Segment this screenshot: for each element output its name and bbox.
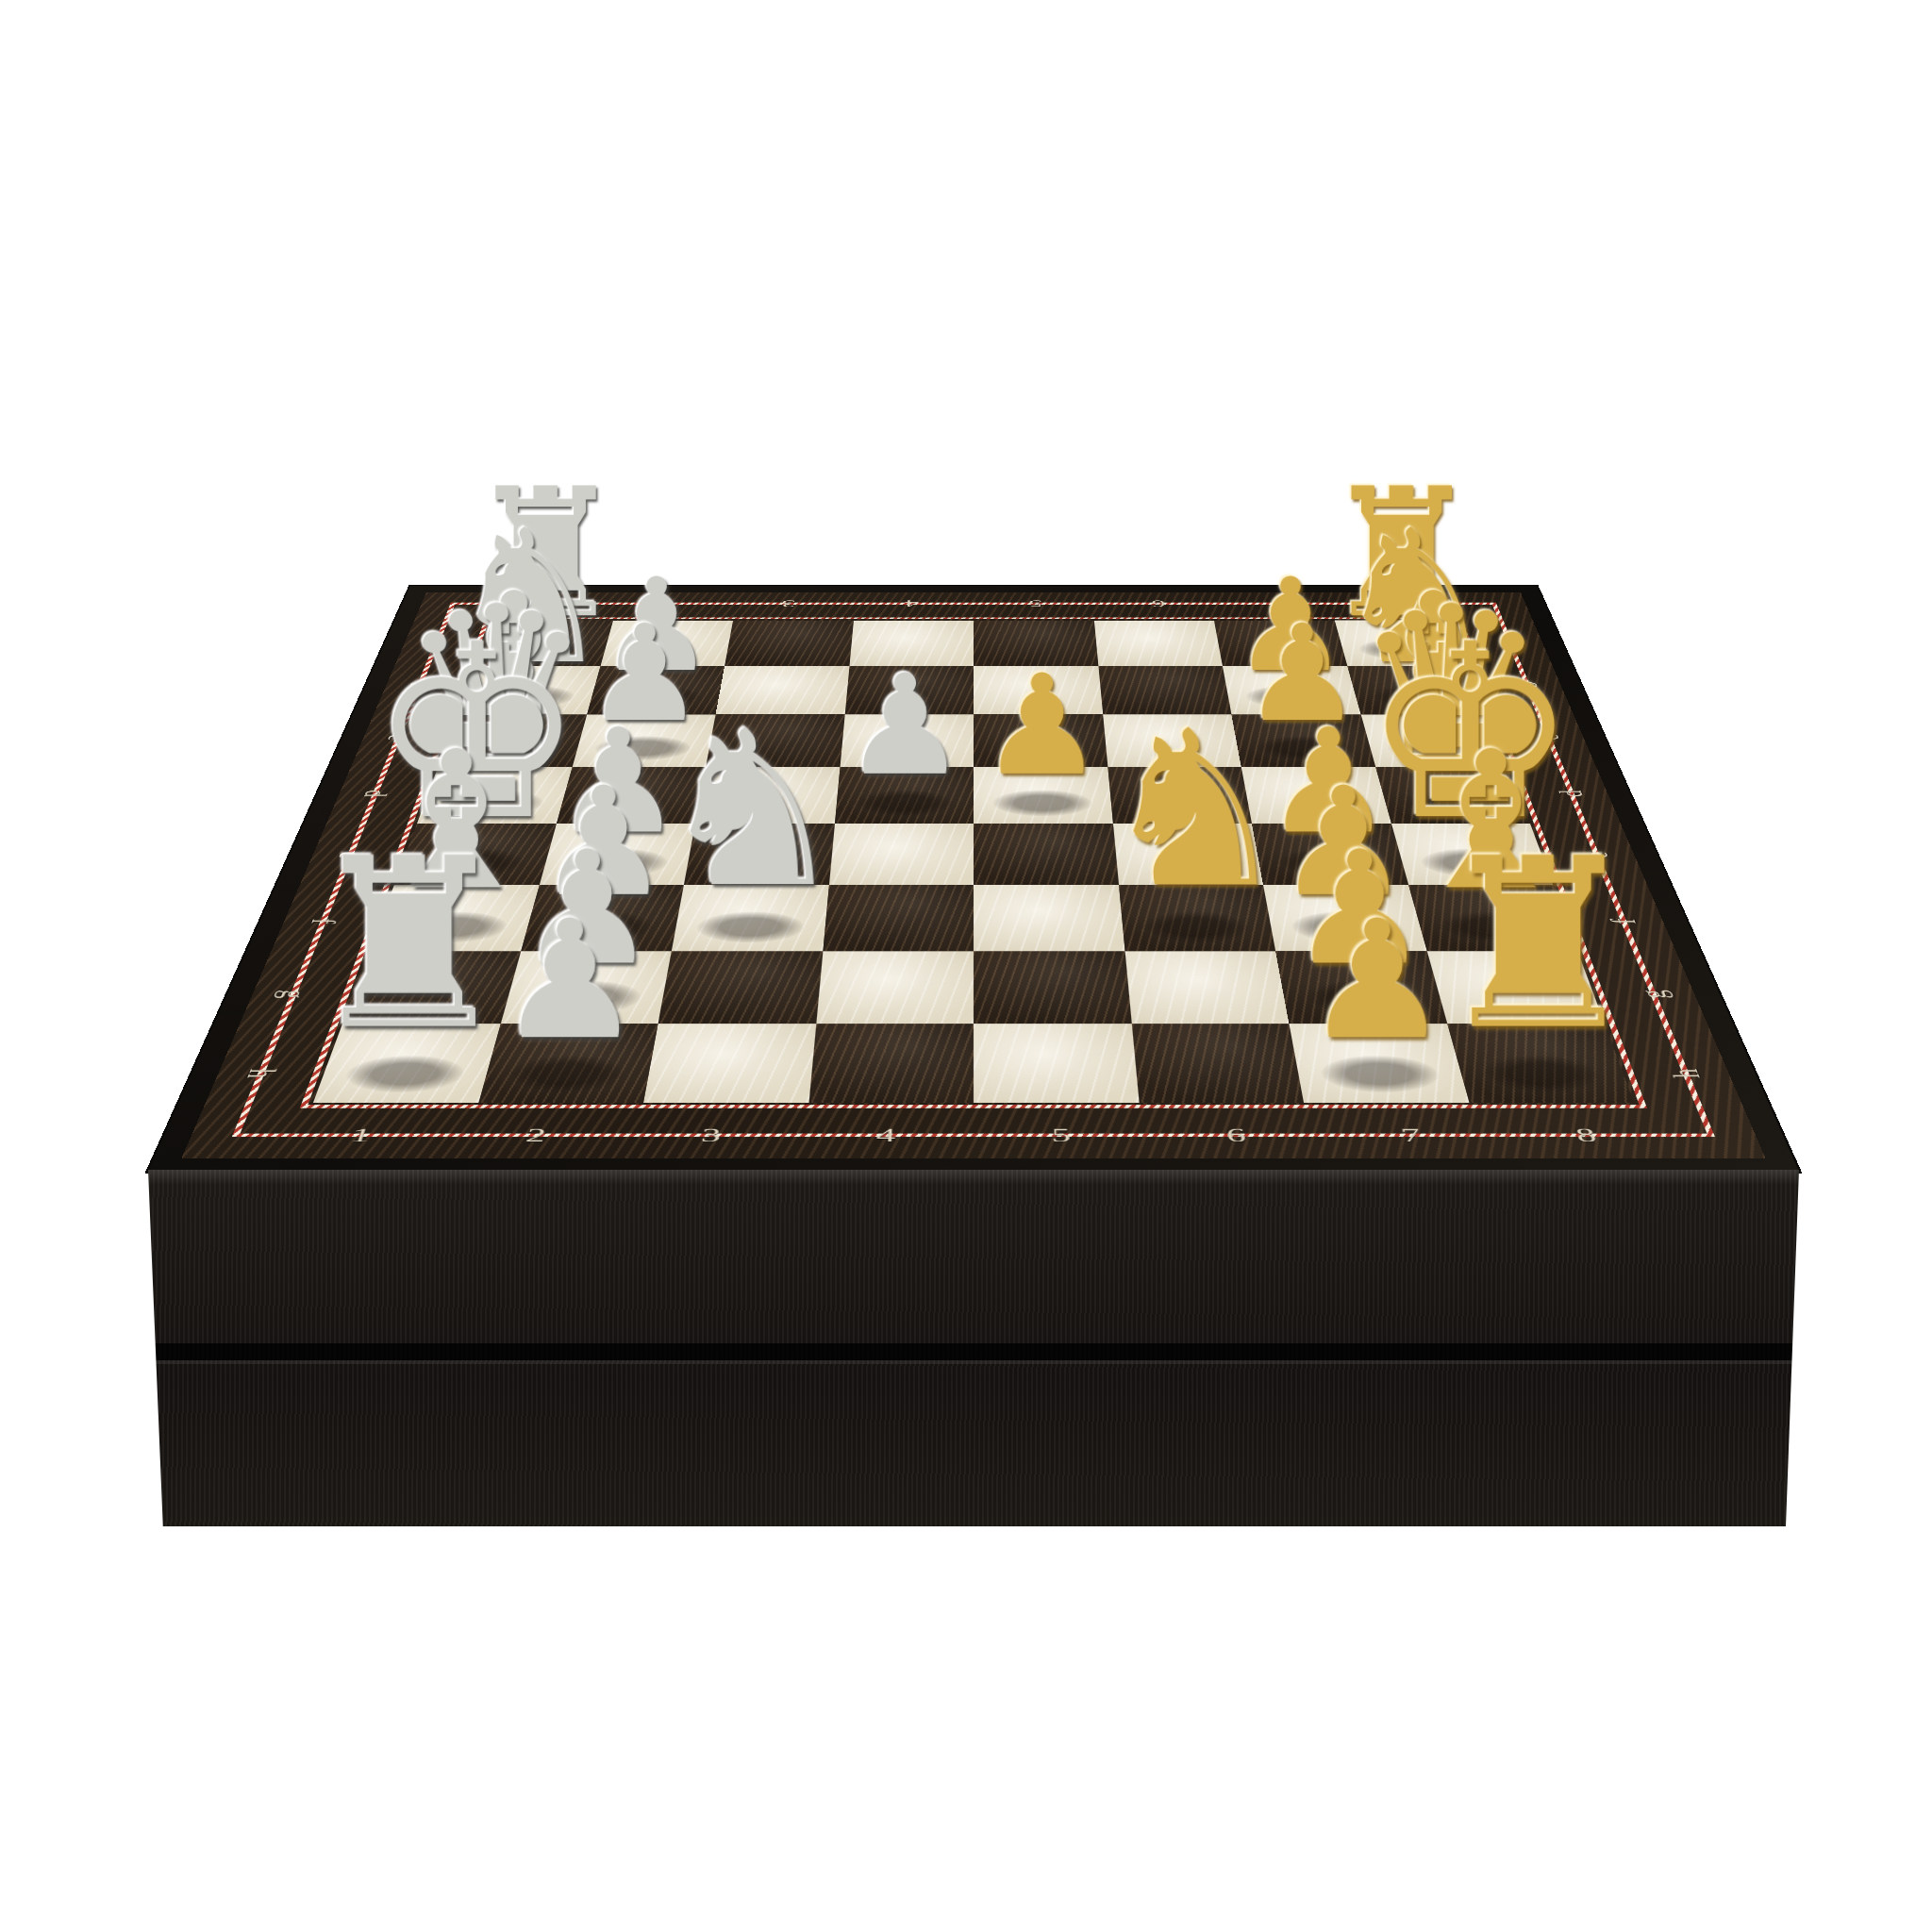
piece-silver-pawn-d4[interactable]: ♟ — [843, 656, 968, 794]
square-e4[interactable] — [828, 824, 974, 885]
chess-set-product-photo: aa11bb22cc33dd44ee55ff66gg77hh88 ♜♜♞♟♟♞♝… — [0, 0, 1932, 1932]
piece-silver-column-rook-h1[interactable]: ♜ — [304, 827, 515, 1062]
rank-label-back-4: 4 — [905, 599, 919, 608]
rank-label-back-7: 7 — [1274, 599, 1291, 608]
storage-box-front — [148, 1170, 1799, 1526]
square-f6[interactable]: ♞ — [1119, 885, 1276, 951]
square-g3[interactable] — [658, 951, 823, 1024]
square-h3[interactable] — [643, 1024, 816, 1103]
rank-label-back-5: 5 — [1028, 599, 1042, 608]
square-e5[interactable] — [974, 824, 1119, 885]
square-a6[interactable] — [1093, 621, 1222, 666]
board-wooden-rim: aa11bb22cc33dd44ee55ff66gg77hh88 ♜♜♞♟♟♞♝… — [147, 586, 1799, 1173]
square-f3[interactable]: ♞ — [672, 885, 829, 951]
checkerboard-grid: ♜♜♞♟♟♞♝♟♟♝♛♟♟♛♚♟♟♚♝♟♞♞♟♝♟♟♜♟♟♜ — [313, 621, 1634, 1103]
square-h1[interactable]: ♜ — [313, 1024, 500, 1103]
rank-label-back-3: 3 — [781, 599, 796, 608]
square-g6[interactable] — [1124, 951, 1289, 1024]
square-h8[interactable]: ♜ — [1447, 1024, 1634, 1103]
square-d5[interactable]: ♟ — [974, 767, 1113, 824]
board-playfield: aa11bb22cc33dd44ee55ff66gg77hh88 ♜♜♞♟♟♞♝… — [181, 592, 1765, 1158]
square-g4[interactable] — [816, 951, 974, 1024]
rank-label-back-2: 2 — [657, 599, 673, 608]
square-h6[interactable] — [1131, 1024, 1304, 1103]
piece-gold-column-rook-h8[interactable]: ♜ — [1433, 827, 1644, 1062]
square-g5[interactable] — [974, 951, 1131, 1024]
square-h5[interactable] — [974, 1024, 1139, 1103]
square-d4[interactable]: ♟ — [835, 767, 974, 824]
piece-gold-pawn-h7[interactable]: ♟ — [1304, 898, 1451, 1062]
square-a3[interactable] — [724, 621, 853, 666]
square-h4[interactable] — [808, 1024, 974, 1103]
rank-label-back-6: 6 — [1151, 599, 1166, 608]
piece-gold-centaur-knight-f6[interactable]: ♞ — [1099, 702, 1292, 917]
piece-silver-centaur-knight-f3[interactable]: ♞ — [655, 702, 848, 917]
square-h2[interactable]: ♟ — [478, 1024, 658, 1103]
piece-gold-pawn-d5[interactable]: ♟ — [979, 656, 1104, 794]
piece-silver-pawn-h2[interactable]: ♟ — [496, 898, 643, 1062]
chess-board-3d: aa11bb22cc33dd44ee55ff66gg77hh88 ♜♜♞♟♟♞♝… — [147, 586, 1799, 1173]
